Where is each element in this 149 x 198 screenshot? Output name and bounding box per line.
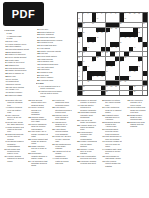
grid-cell xyxy=(120,28,124,33)
grid-cell xyxy=(124,91,128,96)
grid-cell xyxy=(138,18,142,23)
clue-text: Compass reading opposite west-southwest xyxy=(80,111,97,118)
grid-cell xyxy=(120,71,124,76)
grid-cell: 40 xyxy=(87,47,91,52)
clue-text: Fragrant flower garland given in Honolul… xyxy=(105,114,122,121)
grid-cell xyxy=(92,32,96,37)
clue-item: 5Tray-carrying server at an old drive-in xyxy=(3,114,24,121)
cell-number: 28 xyxy=(138,32,140,34)
grid-cell: 12 xyxy=(138,13,142,18)
grid-cell xyxy=(120,91,124,96)
cell-number: 59 xyxy=(78,66,80,68)
cell-number: 68 xyxy=(134,71,136,73)
grid-cell: 36 xyxy=(87,42,91,47)
grid-cell xyxy=(87,57,91,62)
cell-number: 34 xyxy=(134,37,136,39)
cell-number: 24 xyxy=(83,32,85,34)
cell-number: 56 xyxy=(115,61,117,63)
grid-cell xyxy=(129,61,133,66)
grid-cell-black xyxy=(83,47,87,52)
grid-cell xyxy=(143,76,147,81)
cell-number: 54 xyxy=(83,61,85,63)
grid-cell xyxy=(96,42,100,47)
grid-cell: 2 xyxy=(83,13,87,18)
clue-text: Positive terminal on a car battery post xyxy=(7,106,24,113)
cell-number: 75 xyxy=(87,81,89,83)
clue-text: Tropical snake that squeezes its prey ti… xyxy=(31,116,48,123)
grid-cell-black xyxy=(124,32,128,37)
grid-cell: 22 xyxy=(115,28,119,33)
cell-number: 61 xyxy=(106,66,108,68)
grid-cell xyxy=(138,71,142,76)
clue-item: 50Squirrel's stash xyxy=(4,94,30,96)
clue-item: 44Soft riverbank earth for bricks and po… xyxy=(51,157,72,164)
grid-cell xyxy=(83,42,87,47)
grid-cell-black xyxy=(124,76,128,81)
cell-number: 85 xyxy=(106,91,108,93)
grid-cell-black xyxy=(106,61,110,66)
grid-cell xyxy=(101,57,105,62)
grid-cell: 10 xyxy=(129,13,133,18)
clue-text: Tall flightless bird of the dusty outbac… xyxy=(55,143,72,150)
grid-cell xyxy=(138,47,142,52)
clue-item: 56Slippery yellow skin of a ripe banana xyxy=(76,148,97,155)
clue-item: 21Wail loudly like a hungry newborn at n… xyxy=(27,130,48,137)
grid-cell-black xyxy=(101,86,105,91)
clue-column-5: 31Poet's old-fashioned word meaning befo… xyxy=(51,99,72,169)
grid-cell-black xyxy=(120,32,124,37)
grid-cell xyxy=(143,57,147,62)
grid-cell xyxy=(129,23,133,28)
grid-cell-black xyxy=(115,42,119,47)
clue-item: 58Long gray season of snow and sleet xyxy=(76,160,97,165)
grid-cell xyxy=(83,57,87,62)
clue-text: Small wooden peg used on the first hole xyxy=(7,126,24,133)
cell-number: 22 xyxy=(115,28,117,30)
clue-column-7: 59Bundle of letters the carrier brings d… xyxy=(101,99,122,169)
grid-cell-black xyxy=(143,42,147,47)
cell-number: 13 xyxy=(78,18,80,20)
clue-item: 85Hemmed edge xyxy=(36,79,63,81)
cell-number: 45 xyxy=(78,52,80,54)
grid-cell: 8 xyxy=(115,13,119,18)
clue-item: 53Long wooden bench for the Sunday congr… xyxy=(76,131,97,140)
cell-number: 57 xyxy=(120,61,122,63)
grid-cell xyxy=(101,23,105,28)
grid-cell-black xyxy=(143,18,147,23)
grid-cell-black xyxy=(115,23,119,28)
grid-cell xyxy=(87,18,91,23)
grid-cell: 31 xyxy=(120,37,124,42)
grid-cell: 25 xyxy=(96,32,100,37)
cell-number: 16 xyxy=(83,23,85,25)
grid-cell xyxy=(96,66,100,71)
clue-item: 31Poet's old-fashioned word meaning befo… xyxy=(51,99,72,106)
clue-item: 27Hot appliance that smooths wrinkled sh… xyxy=(27,160,48,167)
grid-cell-black xyxy=(101,91,105,96)
clue-text: Hold on to as tightly as possible xyxy=(80,119,97,124)
clue-text: Rousing shout from the home-team bleache… xyxy=(105,128,122,135)
clue-text: Handed out at no charge whatsoever xyxy=(55,150,72,157)
grid-cell xyxy=(115,66,119,71)
cell-number: 51 xyxy=(78,57,80,59)
clue-item: 2Fast-moving court game played with a wi… xyxy=(36,90,63,97)
grid-cell: 79 xyxy=(106,86,110,91)
clue-text: Warm shade of light sandy brown xyxy=(105,155,122,160)
clue-text: Soft wound ball of wool for knitting xyxy=(105,135,122,140)
cell-number: 69 xyxy=(78,76,80,78)
cell-number: 15 xyxy=(124,18,126,20)
cell-number: 80 xyxy=(111,86,113,88)
grid-cell xyxy=(124,47,128,52)
grid-cell xyxy=(138,91,142,96)
clue-text: Fluffy feathered wrap for a cabaret sing… xyxy=(105,106,122,113)
clue-item: 34Chess piece shaped like a castle tower xyxy=(51,121,72,128)
clue-item: 11Loosely draped garment of ancient Rome xyxy=(3,155,24,162)
clue-item: 71Crunchy middle bit left over from an a… xyxy=(101,140,122,147)
cell-number: 20 xyxy=(78,28,80,30)
grid-cell xyxy=(133,81,137,86)
grid-cell: 60 xyxy=(87,66,91,71)
clue-text: Tiny uninvited marcher at a picnic lunch xyxy=(130,99,146,106)
clue-item: 42Handed out at no charge whatsoever xyxy=(51,150,72,157)
grid-cell-black xyxy=(138,37,142,42)
cell-number: 31 xyxy=(120,37,122,39)
clue-text: Chess piece shaped like a castle tower xyxy=(55,121,72,128)
cell-number: 5 xyxy=(101,13,102,15)
clue-text: Great Lake along the Ohio shoreline xyxy=(7,121,24,126)
cell-number: 19 xyxy=(143,23,145,25)
clue-text: Brand-new wing added onto the hospital xyxy=(130,121,146,128)
clue-item: 7Small wooden peg used on the first hole xyxy=(3,126,24,133)
grid-cell-black xyxy=(129,91,133,96)
grid-cell: 19 xyxy=(143,23,147,28)
cell-number: 8 xyxy=(115,13,116,15)
grid-cell xyxy=(87,86,91,91)
clue-item: 18Tropical snake that squeezes its prey … xyxy=(27,116,48,123)
grid-cell: 32 xyxy=(124,37,128,42)
grid-cell-black xyxy=(143,71,147,76)
grid-cell: 47 xyxy=(101,52,105,57)
clue-text: Narrow ring of coral around a blue lagoo… xyxy=(55,114,72,121)
grid-cell: 65 xyxy=(83,71,87,76)
grid-cell: 86 xyxy=(133,91,137,96)
grid-cell: 71 xyxy=(96,76,100,81)
grid-cell xyxy=(106,76,110,81)
grid-cell xyxy=(96,23,100,28)
clue-text: Gleaming treasure sought by conquistador… xyxy=(7,140,24,147)
grid-cell-black xyxy=(120,57,124,62)
grid-cell: 23 xyxy=(138,28,142,33)
clue-text: Final examination delivered out loud xyxy=(80,155,97,160)
clue-text: Quick-witted and sharp as a brand-new ta… xyxy=(130,106,146,113)
cell-number: 72 xyxy=(101,76,103,78)
grid-cell-black xyxy=(106,81,110,86)
grid-cell: 53 xyxy=(124,57,128,62)
grid-cell: 24 xyxy=(83,32,87,37)
grid-cell-black xyxy=(92,71,96,76)
grid-cell xyxy=(87,32,91,37)
cell-number: 82 xyxy=(134,86,136,88)
clue-text: Bearded grazing beast of the African pla… xyxy=(105,121,122,128)
cell-number: 37 xyxy=(92,42,94,44)
clue-item: 12Slim dueling sword with a bell-shaped … xyxy=(27,99,48,106)
cell-number: 78 xyxy=(83,86,85,88)
grid-cell-black xyxy=(101,28,105,33)
clue-text: Slippery yellow skin of a ripe banana xyxy=(80,148,97,155)
grid-cell: 33 xyxy=(129,37,133,42)
clue-text: Sparkling droplets on the lawn at sunris… xyxy=(7,133,24,140)
grid-cell-black xyxy=(115,81,119,86)
clue-text: Loosely draped garment of ancient Rome xyxy=(7,155,24,162)
grid-cell xyxy=(124,23,128,28)
cell-number: 71 xyxy=(97,76,99,78)
clue-column-4: 12Slim dueling sword with a bell-shaped … xyxy=(27,99,48,169)
clue-column-2: 51Pen filler52Desert stopover53Relay seg… xyxy=(36,28,63,97)
clue-item: 39Tall flightless bird of the dusty outb… xyxy=(51,143,72,150)
grid-cell xyxy=(115,91,119,96)
pdf-badge: PDF xyxy=(3,2,44,26)
cell-number: 25 xyxy=(97,32,99,34)
cell-number: 50 xyxy=(129,52,131,54)
grid-cell xyxy=(115,71,119,76)
cell-number: 26 xyxy=(101,32,103,34)
clue-item: 75Warm shade of light sandy brown xyxy=(101,155,122,160)
grid-cell xyxy=(115,37,119,42)
grid-cell-black xyxy=(133,66,137,71)
grid-cell: 11 xyxy=(133,13,137,18)
cell-number: 86 xyxy=(134,91,136,93)
grid-cell xyxy=(133,76,137,81)
cell-number: 30 xyxy=(97,37,99,39)
grid-cell xyxy=(101,61,105,66)
clue-text: Tray-carrying server at an old drive-in xyxy=(7,114,24,121)
grid-cell xyxy=(87,23,91,28)
cell-number: 43 xyxy=(134,47,136,49)
cell-number: 40 xyxy=(87,47,89,49)
grid-cell xyxy=(96,81,100,86)
grid-cell: 82 xyxy=(133,86,137,91)
grid-cell: 4 xyxy=(96,13,100,18)
clue-item: 6Great Lake along the Ohio shoreline xyxy=(3,121,24,126)
grid-cell xyxy=(120,52,124,57)
clue-text: Send out, as rays of early morning light xyxy=(55,135,72,142)
grid-cell: 56 xyxy=(115,61,119,66)
grid-cell: 38 xyxy=(120,42,124,47)
clue-item: 36Hard Italian cheese grated over spaghe… xyxy=(51,128,72,135)
clue-item: 59Bundle of letters the carrier brings d… xyxy=(101,99,122,106)
cell-number: 41 xyxy=(111,47,113,49)
grid-cell: 49 xyxy=(115,52,119,57)
grid-cell-black xyxy=(129,47,133,52)
grid-cell: 46 xyxy=(83,52,87,57)
cell-number: 4 xyxy=(97,13,98,15)
cell-number: 14 xyxy=(97,18,99,20)
clue-item: 70Soft wound ball of wool for knitting xyxy=(101,135,122,140)
grid-cell xyxy=(96,86,100,91)
grid-cell xyxy=(96,61,100,66)
clue-item: 55Freshly resurfaced rink for figure ska… xyxy=(76,140,97,147)
grid-cell: 48 xyxy=(106,52,110,57)
clue-item: 67Rousing shout from the home-team bleac… xyxy=(101,128,122,135)
cell-number: 3 xyxy=(87,13,88,15)
grid-cell xyxy=(120,66,124,71)
grid-cell-black xyxy=(143,81,147,86)
grid-cell-black xyxy=(83,66,87,71)
grid-cell xyxy=(143,91,147,96)
grid-cell: 77 xyxy=(124,81,128,86)
grid-cell-black xyxy=(106,28,110,33)
grid-cell xyxy=(143,61,147,66)
grid-cell xyxy=(83,18,87,23)
cell-number: 33 xyxy=(129,37,131,39)
grid-cell xyxy=(124,42,128,47)
grid-cell xyxy=(124,28,128,33)
cell-number: 77 xyxy=(124,81,126,83)
clue-text: Canvas shelter pitched at a summer camps… xyxy=(80,104,97,111)
clue-item: 26Memorable chapter studied in history c… xyxy=(27,152,48,159)
grid-cell: 16 xyxy=(83,23,87,28)
clue-item: 8Sparkling droplets on the lawn at sunri… xyxy=(3,133,24,140)
cell-number: 29 xyxy=(78,37,80,39)
clue-text: Wicker basket that holds an angler's cat… xyxy=(31,138,48,145)
clue-column-6: 46Smaller in amount, number or degree47C… xyxy=(76,99,97,169)
grid-cell xyxy=(83,76,87,81)
grid-cell xyxy=(87,61,91,66)
grid-cell-black xyxy=(87,71,91,76)
grid-cell-black xyxy=(92,57,96,62)
grid-cell xyxy=(92,66,96,71)
grid-cell xyxy=(129,18,133,23)
grid-cell: 70 xyxy=(92,76,96,81)
cell-number: 36 xyxy=(87,42,89,44)
grid-cell xyxy=(101,18,105,23)
grid-cell xyxy=(133,42,137,47)
grid-cell: 73 xyxy=(129,76,133,81)
clue-text: Poet's old-fashioned word meaning before xyxy=(55,99,72,106)
clue-text: Slim dueling sword with a bell-shaped gu… xyxy=(31,99,48,106)
grid-cell xyxy=(83,81,87,86)
cell-number: 63 xyxy=(138,66,140,68)
grid-cell xyxy=(124,71,128,76)
clue-text: Freshly resurfaced rink for figure skate… xyxy=(80,140,97,147)
cell-number: 81 xyxy=(115,86,117,88)
grid-cell xyxy=(133,52,137,57)
clue-text: Very highest point of a gently rolling h… xyxy=(40,85,63,90)
clue-text: Sudden salty gust blowing in off the sea xyxy=(105,148,122,155)
grid-cell xyxy=(129,81,133,86)
cell-number: 7 xyxy=(111,13,112,15)
clue-text: Smaller in amount, number or degree xyxy=(80,99,97,104)
cell-number: 12 xyxy=(138,13,140,15)
cell-number: 66 xyxy=(106,71,108,73)
grid-cell xyxy=(124,86,128,91)
cell-number: 11 xyxy=(134,13,136,15)
grid-cell-black xyxy=(120,76,124,81)
grid-cell-black xyxy=(92,13,96,18)
grid-cell xyxy=(92,91,96,96)
cell-number: 84 xyxy=(83,91,85,93)
pdf-badge-label: PDF xyxy=(12,8,36,20)
clue-item: 33Narrow ring of coral around a blue lag… xyxy=(51,114,72,121)
grid-cell xyxy=(133,57,137,62)
clue-text: Wail loudly like a hungry newborn at nig… xyxy=(31,130,48,137)
grid-cell: 18 xyxy=(120,23,124,28)
grid-cell: 75 xyxy=(87,81,91,86)
grid-cell xyxy=(138,81,142,86)
grid-cell: 17 xyxy=(92,23,96,28)
grid-cell xyxy=(143,52,147,57)
grid-cell xyxy=(143,37,147,42)
cell-number: 62 xyxy=(111,66,113,68)
clue-text: Humble grain in a warm breakfast bowl xyxy=(80,124,97,131)
clue-column-8: 78Tiny uninvited marcher at a picnic lun… xyxy=(126,99,146,169)
cell-number: 52 xyxy=(97,57,99,59)
grid-cell: 67 xyxy=(129,71,133,76)
clue-item: 79Quick-witted and sharp as a brand-new … xyxy=(126,106,146,113)
clue-text: Low barrier stretched across a tennis co… xyxy=(55,106,72,113)
clue-item: 10Still warm and fresh from the bakery o… xyxy=(3,148,24,155)
grid-cell xyxy=(101,37,105,42)
cell-number: 10 xyxy=(129,13,131,15)
clue-text: Little looped carpet beside the bathtub xyxy=(105,160,122,167)
cell-number: 47 xyxy=(101,52,103,54)
grid-cell xyxy=(87,52,91,57)
grid-cell xyxy=(133,23,137,28)
grid-cell xyxy=(106,57,110,62)
grid-cell: 50 xyxy=(129,52,133,57)
cell-number: 46 xyxy=(83,52,85,54)
grid-cell xyxy=(129,28,133,33)
clue-item: 1Very highest point of a gently rolling … xyxy=(36,85,63,90)
grid-cell-black xyxy=(87,76,91,81)
clue-text: Bright golden shaft of early morning lig… xyxy=(130,114,146,121)
clue-text: Still warm and fresh from the bakery ove… xyxy=(7,148,24,155)
clue-text: Long gray season of snow and sleet xyxy=(80,160,97,165)
grid-cell xyxy=(133,18,137,23)
grid-cell xyxy=(101,66,105,71)
grid-cell: 68 xyxy=(133,71,137,76)
grid-cell-black xyxy=(120,13,124,18)
grid-cell: 15 xyxy=(124,18,128,23)
cell-number: 2 xyxy=(83,13,84,15)
cell-number: 55 xyxy=(92,61,94,63)
grid-cell xyxy=(124,61,128,66)
cell-number: 6 xyxy=(106,13,107,15)
cell-number: 27 xyxy=(106,32,108,34)
grid-cell: 14 xyxy=(96,18,100,23)
grid-cell xyxy=(129,57,133,62)
grid-cell xyxy=(92,81,96,86)
grid-cell: 83 xyxy=(143,86,147,91)
grid-cell-black xyxy=(115,76,119,81)
cell-number: 70 xyxy=(92,76,94,78)
grid-cell xyxy=(101,42,105,47)
grid-cell: 44 xyxy=(143,47,147,52)
clue-item: 78Tiny uninvited marcher at a picnic lun… xyxy=(126,99,146,106)
grid-cell: 81 xyxy=(115,86,119,91)
cell-number: 76 xyxy=(120,81,122,83)
grid-cell xyxy=(92,52,96,57)
cell-number: 38 xyxy=(120,42,122,44)
clue-item: 61Fluffy feathered wrap for a cabaret si… xyxy=(101,106,122,113)
clue-text: Crunchy middle bit left over from an app… xyxy=(105,140,122,147)
cell-number: 18 xyxy=(120,23,122,25)
grid-cell xyxy=(92,28,96,33)
grid-cell: 42 xyxy=(115,47,119,52)
grid-cell xyxy=(96,91,100,96)
grid-cell: 27 xyxy=(106,32,110,37)
